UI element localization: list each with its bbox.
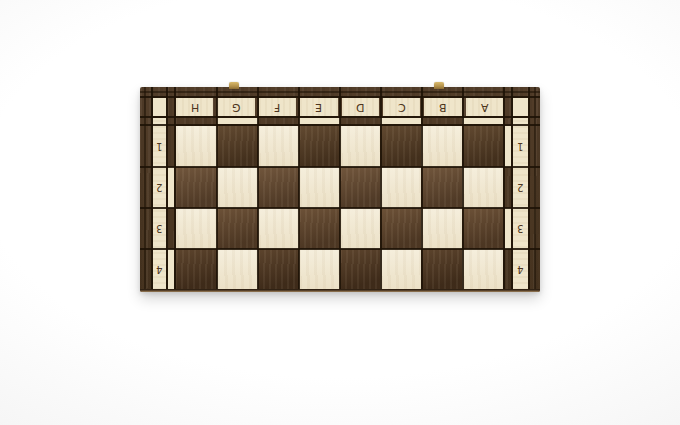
hinges-layer: [140, 87, 540, 292]
photo-background: 12341234 HGFEDCBA: [0, 0, 680, 425]
hinge: [434, 82, 444, 89]
chessboard: 12341234 HGFEDCBA: [140, 87, 540, 292]
hinge: [229, 82, 239, 89]
